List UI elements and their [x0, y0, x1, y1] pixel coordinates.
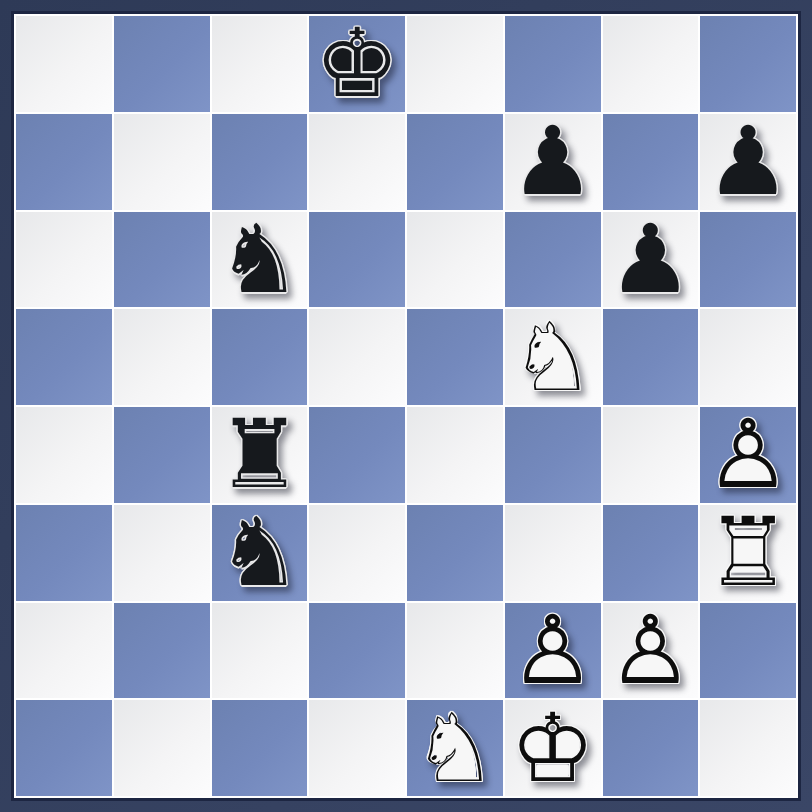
- square-d3[interactable]: [309, 505, 405, 601]
- piece-black-rook-c4[interactable]: ♜♖: [212, 407, 308, 503]
- square-e4[interactable]: [407, 407, 503, 503]
- square-d7[interactable]: [309, 114, 405, 210]
- black-pawn-glyph: ♟: [603, 212, 699, 308]
- square-f3[interactable]: [505, 505, 601, 601]
- piece-black-pawn-f7[interactable]: ♟♙: [505, 114, 601, 210]
- white-knight-outline-glyph: ♘: [505, 309, 601, 405]
- black-king-glyph: ♚: [309, 16, 405, 112]
- square-d6[interactable]: [309, 212, 405, 308]
- square-g8[interactable]: [603, 16, 699, 112]
- square-h5[interactable]: [700, 309, 796, 405]
- piece-black-pawn-h7[interactable]: ♟♙: [700, 114, 796, 210]
- square-f6[interactable]: [505, 212, 601, 308]
- square-h4[interactable]: ♟♙: [700, 407, 796, 503]
- square-h2[interactable]: [700, 603, 796, 699]
- square-b3[interactable]: [114, 505, 210, 601]
- piece-white-pawn-f2[interactable]: ♟♙: [505, 603, 601, 699]
- square-b1[interactable]: [114, 700, 210, 796]
- square-f7[interactable]: ♟♙: [505, 114, 601, 210]
- square-c1[interactable]: [212, 700, 308, 796]
- square-f2[interactable]: ♟♙: [505, 603, 601, 699]
- square-e7[interactable]: [407, 114, 503, 210]
- square-d2[interactable]: [309, 603, 405, 699]
- white-rook-outline-glyph: ♖: [700, 505, 796, 601]
- piece-white-rook-h3[interactable]: ♜♖: [700, 505, 796, 601]
- square-c3[interactable]: ♞♘: [212, 505, 308, 601]
- square-e8[interactable]: [407, 16, 503, 112]
- white-pawn-outline-glyph: ♙: [700, 407, 796, 503]
- square-h8[interactable]: [700, 16, 796, 112]
- square-b7[interactable]: [114, 114, 210, 210]
- square-d5[interactable]: [309, 309, 405, 405]
- square-a3[interactable]: [16, 505, 112, 601]
- square-h6[interactable]: [700, 212, 796, 308]
- square-c2[interactable]: [212, 603, 308, 699]
- piece-white-pawn-g2[interactable]: ♟♙: [603, 603, 699, 699]
- piece-black-king-d8[interactable]: ♚♔: [309, 16, 405, 112]
- black-knight-glyph: ♞: [212, 505, 308, 601]
- white-king-outline-glyph: ♔: [505, 700, 601, 796]
- square-h7[interactable]: ♟♙: [700, 114, 796, 210]
- piece-black-knight-c6[interactable]: ♞♘: [212, 212, 308, 308]
- piece-black-pawn-g6[interactable]: ♟♙: [603, 212, 699, 308]
- square-h3[interactable]: ♜♖: [700, 505, 796, 601]
- piece-white-knight-e1[interactable]: ♞♘: [407, 700, 503, 796]
- square-b6[interactable]: [114, 212, 210, 308]
- piece-white-pawn-h4[interactable]: ♟♙: [700, 407, 796, 503]
- square-c6[interactable]: ♞♘: [212, 212, 308, 308]
- square-e2[interactable]: [407, 603, 503, 699]
- square-a6[interactable]: [16, 212, 112, 308]
- piece-white-king-f1[interactable]: ♚♔: [505, 700, 601, 796]
- white-pawn-outline-glyph: ♙: [505, 603, 601, 699]
- chess-board-frame: ♚♔♟♙♟♙♞♘♟♙♞♘♜♖♟♙♞♘♜♖♟♙♟♙♞♘♚♔: [0, 0, 812, 812]
- square-c7[interactable]: [212, 114, 308, 210]
- white-knight-outline-glyph: ♘: [407, 700, 503, 796]
- square-f4[interactable]: [505, 407, 601, 503]
- square-c4[interactable]: ♜♖: [212, 407, 308, 503]
- square-e1[interactable]: ♞♘: [407, 700, 503, 796]
- square-b2[interactable]: [114, 603, 210, 699]
- square-f1[interactable]: ♚♔: [505, 700, 601, 796]
- black-knight-glyph: ♞: [212, 212, 308, 308]
- square-e6[interactable]: [407, 212, 503, 308]
- square-g5[interactable]: [603, 309, 699, 405]
- square-g4[interactable]: [603, 407, 699, 503]
- square-g6[interactable]: ♟♙: [603, 212, 699, 308]
- square-e3[interactable]: [407, 505, 503, 601]
- square-g1[interactable]: [603, 700, 699, 796]
- square-a4[interactable]: [16, 407, 112, 503]
- square-g7[interactable]: [603, 114, 699, 210]
- square-b8[interactable]: [114, 16, 210, 112]
- chess-board: ♚♔♟♙♟♙♞♘♟♙♞♘♜♖♟♙♞♘♜♖♟♙♟♙♞♘♚♔: [14, 14, 798, 798]
- black-rook-glyph: ♜: [212, 407, 308, 503]
- square-c8[interactable]: [212, 16, 308, 112]
- square-a8[interactable]: [16, 16, 112, 112]
- white-pawn-outline-glyph: ♙: [603, 603, 699, 699]
- square-h1[interactable]: [700, 700, 796, 796]
- square-e5[interactable]: [407, 309, 503, 405]
- square-b4[interactable]: [114, 407, 210, 503]
- square-d4[interactable]: [309, 407, 405, 503]
- square-g2[interactable]: ♟♙: [603, 603, 699, 699]
- square-f5[interactable]: ♞♘: [505, 309, 601, 405]
- square-f8[interactable]: [505, 16, 601, 112]
- black-pawn-glyph: ♟: [700, 114, 796, 210]
- square-d8[interactable]: ♚♔: [309, 16, 405, 112]
- piece-black-knight-c3[interactable]: ♞♘: [212, 505, 308, 601]
- piece-white-knight-f5[interactable]: ♞♘: [505, 309, 601, 405]
- black-pawn-glyph: ♟: [505, 114, 601, 210]
- square-g3[interactable]: [603, 505, 699, 601]
- square-a5[interactable]: [16, 309, 112, 405]
- square-d1[interactable]: [309, 700, 405, 796]
- square-a7[interactable]: [16, 114, 112, 210]
- square-a2[interactable]: [16, 603, 112, 699]
- square-a1[interactable]: [16, 700, 112, 796]
- square-c5[interactable]: [212, 309, 308, 405]
- square-b5[interactable]: [114, 309, 210, 405]
